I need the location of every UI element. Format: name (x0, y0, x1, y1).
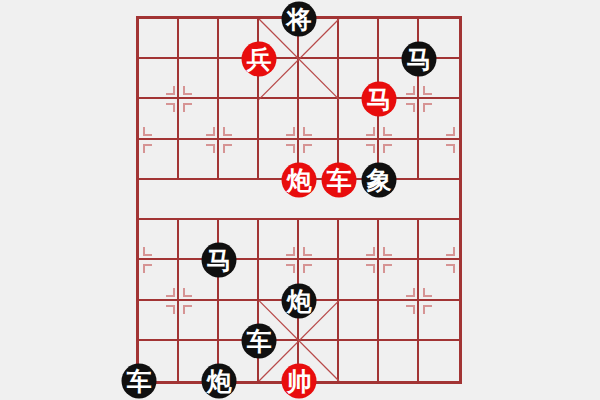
board-cell (379, 301, 419, 341)
board-cell (139, 99, 179, 139)
board-cell (339, 260, 379, 300)
board-cell (419, 220, 459, 260)
board-cell (419, 260, 459, 300)
board-cell (179, 301, 219, 341)
board-cell (139, 140, 179, 180)
board-cell (339, 220, 379, 260)
board-cell (179, 19, 219, 59)
board-cell (419, 99, 459, 139)
board-cell (139, 220, 179, 260)
board-cell (419, 341, 459, 381)
piece-black-cannon[interactable]: 炮 (282, 283, 317, 318)
board-cell (219, 99, 259, 139)
board-cell (379, 341, 419, 381)
piece-black-horse[interactable]: 马 (202, 243, 237, 278)
board-cell (339, 341, 379, 381)
river-cell (179, 180, 219, 220)
board-cell (339, 301, 379, 341)
river-cell (419, 180, 459, 220)
piece-red-soldier[interactable]: 兵 (242, 42, 277, 77)
piece-black-chariot[interactable]: 车 (242, 323, 277, 358)
board-cell (419, 301, 459, 341)
board-cell (419, 140, 459, 180)
board-cell (339, 19, 379, 59)
board-cell (179, 99, 219, 139)
piece-red-chariot[interactable]: 车 (322, 162, 357, 197)
piece-red-general[interactable]: 帅 (282, 364, 317, 399)
piece-black-general[interactable]: 将 (282, 2, 317, 37)
board-cell (379, 220, 419, 260)
board-cell (259, 220, 299, 260)
board-cell (379, 260, 419, 300)
piece-black-horse[interactable]: 马 (402, 42, 437, 77)
piece-black-cannon[interactable]: 炮 (202, 364, 237, 399)
board-cell (259, 99, 299, 139)
board-cell (179, 140, 219, 180)
board-cell (299, 59, 339, 99)
board-cell (139, 301, 179, 341)
piece-red-horse[interactable]: 马 (362, 82, 397, 117)
board-cell (139, 59, 179, 99)
river-cell (219, 180, 259, 220)
xiangqi-board[interactable]: 将兵马马炮车象马炮车车炮帅 (136, 16, 462, 384)
piece-red-cannon[interactable]: 炮 (282, 162, 317, 197)
board-cell (139, 260, 179, 300)
board-cell (179, 59, 219, 99)
xiangqi-diagram: 将兵马马炮车象马炮车车炮帅 (0, 0, 600, 400)
piece-black-chariot[interactable]: 车 (122, 364, 157, 399)
board-cell (139, 19, 179, 59)
piece-black-elephant[interactable]: 象 (362, 162, 397, 197)
board-cell (219, 140, 259, 180)
river-cell (139, 180, 179, 220)
board-cell (299, 220, 339, 260)
board-cell (299, 99, 339, 139)
